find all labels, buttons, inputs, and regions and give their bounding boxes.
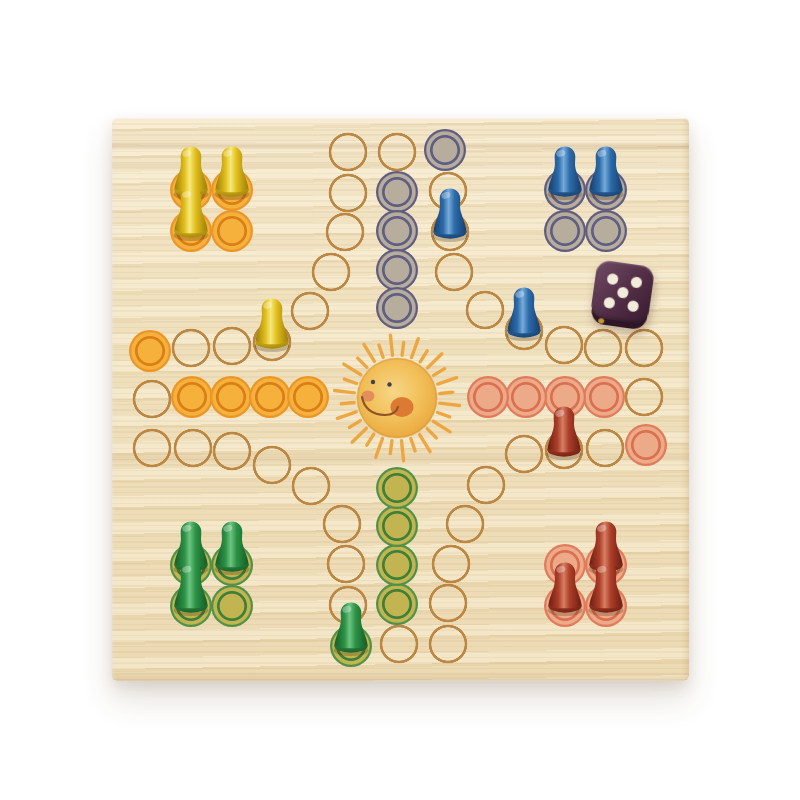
home-field-blue-br[interactable] [585, 210, 627, 252]
track-field[interactable] [131, 378, 173, 420]
pawn-red-3[interactable] [545, 560, 585, 618]
pawn-yellow-2[interactable] [212, 144, 252, 202]
scene [0, 0, 800, 800]
track-field[interactable] [623, 376, 665, 418]
track-field[interactable] [430, 543, 472, 585]
track-field[interactable] [327, 172, 369, 214]
pawn-green-3[interactable] [171, 560, 211, 618]
track-field[interactable] [543, 324, 585, 366]
goal-field-blue-2[interactable] [376, 210, 418, 252]
home-field-blue-bl[interactable] [544, 210, 586, 252]
pawn-red-4[interactable] [586, 560, 626, 618]
track-field[interactable] [131, 427, 173, 469]
goal-field-green-4[interactable] [376, 467, 418, 509]
track-field[interactable] [211, 325, 253, 367]
goal-field-yellow-1[interactable] [171, 376, 213, 418]
pawn-yellow-3[interactable] [171, 185, 211, 243]
sun-icon [322, 323, 472, 473]
goal-field-yellow-2[interactable] [210, 376, 252, 418]
die-top-face [590, 259, 656, 325]
die-pip [616, 286, 628, 298]
goal-field-blue-3[interactable] [376, 249, 418, 291]
track-field[interactable] [623, 327, 665, 369]
pawn-blue-3[interactable] [430, 186, 470, 244]
pawn-green-4[interactable] [331, 600, 371, 658]
pawn-blue-4[interactable] [504, 285, 544, 343]
goal-field-yellow-3[interactable] [249, 376, 291, 418]
start-field-blue[interactable] [424, 129, 466, 171]
home-field-yellow-br[interactable] [211, 210, 253, 252]
track-field[interactable] [433, 251, 475, 293]
start-field-yellow[interactable] [129, 330, 171, 372]
track-field[interactable] [378, 623, 420, 665]
pawn-blue-1[interactable] [545, 144, 585, 202]
track-field[interactable] [582, 327, 624, 369]
track-field[interactable] [427, 623, 469, 665]
goal-field-red-3[interactable] [505, 376, 547, 418]
track-field[interactable] [376, 131, 418, 173]
goal-field-green-1[interactable] [376, 583, 418, 625]
track-field[interactable] [584, 427, 626, 469]
home-field-green-br[interactable] [211, 585, 253, 627]
pawn-red-1[interactable] [544, 404, 584, 462]
goal-field-blue-1[interactable] [376, 171, 418, 213]
track-field[interactable] [211, 430, 253, 472]
track-field[interactable] [444, 503, 486, 545]
track-field[interactable] [170, 327, 212, 369]
track-field[interactable] [327, 131, 369, 173]
start-field-red[interactable] [625, 424, 667, 466]
goal-field-red-4[interactable] [467, 376, 509, 418]
die[interactable] [589, 259, 655, 331]
track-field[interactable] [251, 444, 293, 486]
track-field[interactable] [172, 427, 214, 469]
track-field[interactable] [310, 251, 352, 293]
track-field[interactable] [427, 582, 469, 624]
pawn-blue-2[interactable] [586, 144, 626, 202]
die-pip [603, 296, 615, 308]
goal-field-green-3[interactable] [376, 505, 418, 547]
die-pip [626, 299, 638, 311]
pawn-yellow-4[interactable] [252, 296, 292, 354]
goal-field-green-2[interactable] [376, 544, 418, 586]
pawn-green-2[interactable] [212, 519, 252, 577]
track-field[interactable] [325, 543, 367, 585]
goal-field-red-1[interactable] [583, 376, 625, 418]
die-pip [606, 272, 618, 284]
track-field[interactable] [503, 433, 545, 475]
track-field[interactable] [324, 211, 366, 253]
die-pip [630, 276, 642, 288]
track-field[interactable] [321, 503, 363, 545]
